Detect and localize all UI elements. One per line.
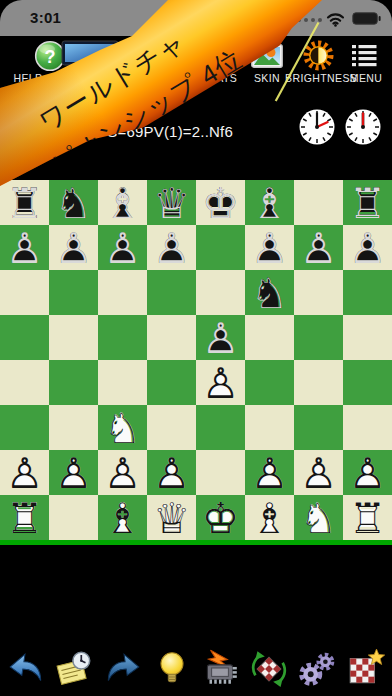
white-knight-g1[interactable]: ♞♘	[294, 495, 343, 540]
black-clock	[346, 110, 381, 145]
skin-icon[interactable]	[251, 44, 283, 68]
brightness-label[interactable]: BRIGHTNESS	[285, 72, 351, 84]
square-g5[interactable]	[294, 315, 343, 360]
black-knight-b8[interactable]: ♞♘	[49, 180, 98, 225]
black-bishop-f8[interactable]: ♝♗	[245, 180, 294, 225]
flip-board-icon[interactable]	[248, 647, 290, 689]
svg-text:?: ?	[45, 47, 56, 67]
black-pawn-e5[interactable]: ♟♙	[196, 315, 245, 360]
square-g8[interactable]	[294, 180, 343, 225]
engine-move-icon[interactable]	[199, 647, 241, 689]
square-h5[interactable]	[343, 315, 392, 360]
white-pawn-d2[interactable]: ♟♙	[147, 450, 196, 495]
white-queen-d1[interactable]: ♛♕	[147, 495, 196, 540]
game-clocks	[296, 105, 392, 151]
black-pawn-a7[interactable]: ♟♙	[0, 225, 49, 270]
square-d6[interactable]	[147, 270, 196, 315]
hint-icon[interactable]	[151, 647, 193, 689]
square-b1[interactable]	[49, 495, 98, 540]
black-king-e8[interactable]: ♚♔	[196, 180, 245, 225]
square-a5[interactable]	[0, 315, 49, 360]
white-bishop-f1[interactable]: ♝♗	[245, 495, 294, 540]
display-icon[interactable]	[61, 40, 119, 70]
square-e2[interactable]	[196, 450, 245, 495]
status-bar: 3:01	[0, 0, 392, 36]
square-h4[interactable]	[343, 360, 392, 405]
white-knight-c3[interactable]: ♞♘	[98, 405, 147, 450]
square-e3[interactable]	[196, 405, 245, 450]
white-rook-a1[interactable]: ♜♖	[0, 495, 49, 540]
black-knight-f6[interactable]: ♞♘	[245, 270, 294, 315]
settings-icon[interactable]	[296, 647, 338, 689]
square-b4[interactable]	[49, 360, 98, 405]
wifi-icon	[326, 12, 345, 27]
black-pawn-b7[interactable]: ♟♙	[49, 225, 98, 270]
white-bishop-c1[interactable]: ♝♗	[98, 495, 147, 540]
black-pawn-g7[interactable]: ♟♙	[294, 225, 343, 270]
stats-label[interactable]: STATS	[198, 72, 242, 84]
black-pawn-c7[interactable]: ♟♙	[98, 225, 147, 270]
board-underline	[0, 540, 392, 545]
square-g6[interactable]	[294, 270, 343, 315]
stats-icon[interactable]	[206, 44, 234, 64]
help-label[interactable]: HELP	[6, 72, 50, 84]
move-list-icon[interactable]	[54, 647, 96, 689]
cellular-signal-icon	[297, 18, 322, 22]
battery-icon	[352, 12, 381, 25]
square-c4[interactable]	[98, 360, 147, 405]
square-c5[interactable]	[98, 315, 147, 360]
square-e7[interactable]	[196, 225, 245, 270]
black-bishop-c8[interactable]: ♝♗	[98, 180, 147, 225]
white-pawn-h2[interactable]: ♟♙	[343, 450, 392, 495]
engine-info-text: NPS=69PV(1)=2..Nf6	[86, 123, 233, 140]
square-f3[interactable]	[245, 405, 294, 450]
white-pawn-f2[interactable]: ♟♙	[245, 450, 294, 495]
white-clock	[300, 110, 335, 145]
white-pawn-a2[interactable]: ♟♙	[0, 450, 49, 495]
square-h3[interactable]	[343, 405, 392, 450]
new-game-icon[interactable]	[345, 647, 387, 689]
square-a6[interactable]	[0, 270, 49, 315]
white-pawn-g2[interactable]: ♟♙	[294, 450, 343, 495]
square-f4[interactable]	[245, 360, 294, 405]
skin-label[interactable]: SKIN	[245, 72, 289, 84]
menu-label[interactable]: MENU	[344, 72, 388, 84]
square-b5[interactable]	[49, 315, 98, 360]
menu-icon[interactable]	[352, 44, 377, 67]
black-pawn-f7[interactable]: ♟♙	[245, 225, 294, 270]
white-pawn-e4[interactable]: ♟♙	[196, 360, 245, 405]
white-rook-h1[interactable]: ♜♖	[343, 495, 392, 540]
bottom-toolbar	[0, 642, 392, 694]
brightness-icon[interactable]	[302, 39, 335, 72]
square-g4[interactable]	[294, 360, 343, 405]
square-b6[interactable]	[49, 270, 98, 315]
black-pawn-h7[interactable]: ♟♙	[343, 225, 392, 270]
black-pawn-d7[interactable]: ♟♙	[147, 225, 196, 270]
clock-time: 3:01	[30, 9, 61, 26]
square-f5[interactable]	[245, 315, 294, 360]
app-screen: 3:01 ? HELP	[0, 0, 392, 696]
white-pawn-b2[interactable]: ♟♙	[49, 450, 98, 495]
white-king-e1[interactable]: ♚♔	[196, 495, 245, 540]
black-rook-h8[interactable]: ♜♖	[343, 180, 392, 225]
square-d3[interactable]	[147, 405, 196, 450]
board[interactable]: ♜♖♞♘♝♗♛♕♚♔♝♗♜♖♟♙♟♙♟♙♟♙♟♙♟♙♟♙♞♘♟♙♟♙♞♘♟♙♟♙…	[0, 180, 392, 540]
square-e6[interactable]	[196, 270, 245, 315]
square-h6[interactable]	[343, 270, 392, 315]
square-a4[interactable]	[0, 360, 49, 405]
black-rook-a8[interactable]: ♜♖	[0, 180, 49, 225]
square-d5[interactable]	[147, 315, 196, 360]
black-queen-d8[interactable]: ♛♕	[147, 180, 196, 225]
undo-icon[interactable]	[5, 647, 47, 689]
square-b3[interactable]	[49, 405, 98, 450]
square-c6[interactable]	[98, 270, 147, 315]
square-a3[interactable]	[0, 405, 49, 450]
square-d4[interactable]	[147, 360, 196, 405]
white-pawn-c2[interactable]: ♟♙	[98, 450, 147, 495]
square-g3[interactable]	[294, 405, 343, 450]
redo-icon[interactable]	[102, 647, 144, 689]
